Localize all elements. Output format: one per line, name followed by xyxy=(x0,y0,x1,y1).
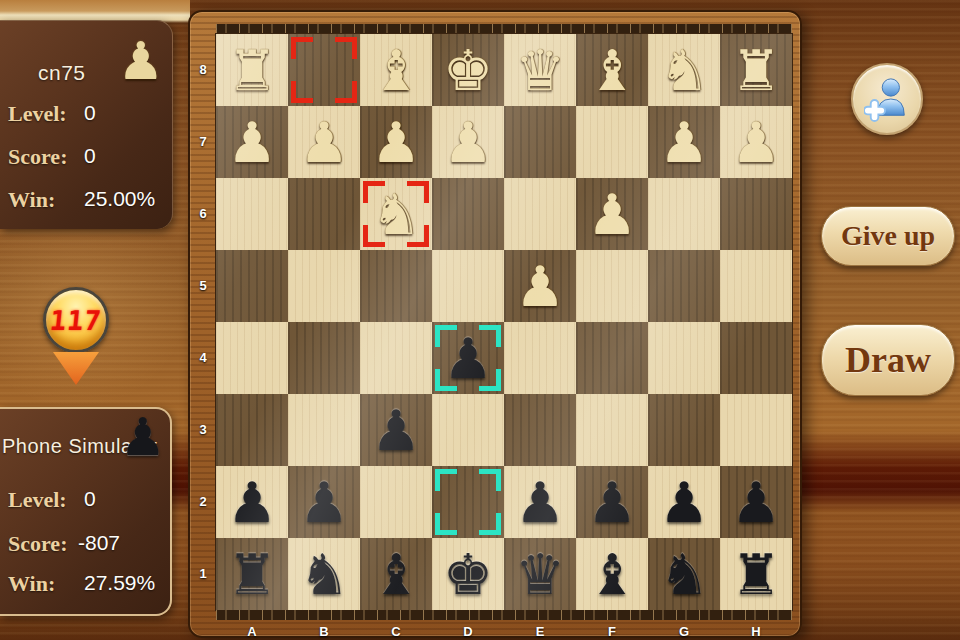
square-b4[interactable] xyxy=(288,322,360,394)
app-root: cn75 ♟ Level: 0 Score: 0 Win: 25.00% 117… xyxy=(0,0,960,640)
square-e2[interactable]: ♟ xyxy=(504,466,576,538)
mark-corner xyxy=(479,513,501,535)
square-b6[interactable] xyxy=(288,178,360,250)
player-level-row: Level: 0 xyxy=(0,487,170,513)
white-pawn-piece: ♟ xyxy=(227,115,277,171)
black-queen-piece: ♛ xyxy=(515,547,565,603)
square-d8[interactable]: ♚ xyxy=(432,34,504,106)
square-c4[interactable] xyxy=(360,322,432,394)
square-a3[interactable] xyxy=(216,394,288,466)
score-value: -807 xyxy=(78,531,120,555)
square-e7[interactable] xyxy=(504,106,576,178)
white-pawn-piece: ♟ xyxy=(371,115,421,171)
add-player-button[interactable] xyxy=(851,63,923,135)
square-h2[interactable]: ♟ xyxy=(720,466,792,538)
square-f5[interactable] xyxy=(576,250,648,322)
file-label-a: A xyxy=(216,624,288,639)
square-a1[interactable]: ♜ xyxy=(216,538,288,610)
black-king-piece: ♚ xyxy=(443,547,493,603)
square-h1[interactable]: ♜ xyxy=(720,538,792,610)
file-label-c: C xyxy=(360,624,432,639)
black-bishop-piece: ♝ xyxy=(587,547,637,603)
white-bishop-piece: ♝ xyxy=(371,43,421,99)
square-g6[interactable] xyxy=(648,178,720,250)
square-b3[interactable] xyxy=(288,394,360,466)
square-f3[interactable] xyxy=(576,394,648,466)
win-value: 25.00% xyxy=(84,187,155,211)
square-g7[interactable]: ♟ xyxy=(648,106,720,178)
square-c8[interactable]: ♝ xyxy=(360,34,432,106)
turn-arrow-down-icon xyxy=(53,352,99,385)
white-pawn-piece: ♟ xyxy=(731,115,781,171)
file-label-h: H xyxy=(720,624,792,639)
rank-label-5: 5 xyxy=(190,250,216,322)
black-knight-piece: ♞ xyxy=(659,547,709,603)
mark-corner xyxy=(479,469,501,491)
opponent-level-row: Level: 0 xyxy=(0,101,172,127)
board-frame-ruler-bottom xyxy=(216,610,792,620)
black-knight-piece: ♞ xyxy=(299,547,349,603)
white-bishop-piece: ♝ xyxy=(587,43,637,99)
white-pawn-piece: ♟ xyxy=(443,115,493,171)
square-g2[interactable]: ♟ xyxy=(648,466,720,538)
white-pawn-icon: ♟ xyxy=(117,35,164,87)
file-label-b: B xyxy=(288,624,360,639)
black-pawn-piece: ♟ xyxy=(587,475,637,531)
file-label-g: G xyxy=(648,624,720,639)
white-pawn-piece: ♟ xyxy=(587,187,637,243)
square-b5[interactable] xyxy=(288,250,360,322)
level-value: 0 xyxy=(84,101,96,125)
mark-corner xyxy=(335,37,357,59)
black-pawn-piece: ♟ xyxy=(443,331,493,387)
player-panel: Phone Simulator ♟ Level: 0 Score: -807 W… xyxy=(0,407,172,616)
red-move-mark xyxy=(291,37,357,103)
square-d3[interactable] xyxy=(432,394,504,466)
mark-corner xyxy=(291,37,313,59)
rank-label-7: 7 xyxy=(190,106,216,178)
teal-move-mark xyxy=(435,469,501,535)
win-label: Win: xyxy=(8,571,55,597)
draw-button[interactable]: Draw xyxy=(821,324,955,396)
rank-label-8: 8 xyxy=(190,34,216,106)
square-f1[interactable]: ♝ xyxy=(576,538,648,610)
file-label-d: D xyxy=(432,624,504,639)
black-pawn-piece: ♟ xyxy=(731,475,781,531)
square-c3[interactable]: ♟ xyxy=(360,394,432,466)
square-f2[interactable]: ♟ xyxy=(576,466,648,538)
square-c2[interactable] xyxy=(360,466,432,538)
white-rook-piece: ♜ xyxy=(227,43,277,99)
file-label-f: F xyxy=(576,624,648,639)
score-value: 0 xyxy=(84,144,96,168)
square-e5[interactable]: ♟ xyxy=(504,250,576,322)
square-e8[interactable]: ♛ xyxy=(504,34,576,106)
rank-label-1: 1 xyxy=(190,538,216,610)
square-e6[interactable] xyxy=(504,178,576,250)
square-c1[interactable]: ♝ xyxy=(360,538,432,610)
square-f7[interactable] xyxy=(576,106,648,178)
square-c7[interactable]: ♟ xyxy=(360,106,432,178)
square-h4[interactable] xyxy=(720,322,792,394)
square-h5[interactable] xyxy=(720,250,792,322)
square-c5[interactable] xyxy=(360,250,432,322)
white-pawn-piece: ♟ xyxy=(659,115,709,171)
square-a5[interactable] xyxy=(216,250,288,322)
win-value: 27.59% xyxy=(84,571,155,595)
square-e1[interactable]: ♛ xyxy=(504,538,576,610)
square-f6[interactable]: ♟ xyxy=(576,178,648,250)
square-b1[interactable]: ♞ xyxy=(288,538,360,610)
square-d2[interactable] xyxy=(432,466,504,538)
square-e3[interactable] xyxy=(504,394,576,466)
square-a6[interactable] xyxy=(216,178,288,250)
opponent-panel: cn75 ♟ Level: 0 Score: 0 Win: 25.00% xyxy=(0,20,173,229)
timer-digits: 117 xyxy=(48,305,103,336)
square-a8[interactable]: ♜ xyxy=(216,34,288,106)
opponent-name: cn75 xyxy=(38,61,86,85)
player-score-row: Score: -807 xyxy=(0,531,170,557)
board-frame-ruler-top xyxy=(216,24,792,34)
square-g5[interactable] xyxy=(648,250,720,322)
square-d1[interactable]: ♚ xyxy=(432,538,504,610)
level-label: Level: xyxy=(8,101,67,127)
square-h7[interactable]: ♟ xyxy=(720,106,792,178)
white-king-piece: ♚ xyxy=(443,43,493,99)
white-knight-piece: ♞ xyxy=(659,43,709,99)
white-knight-piece: ♞ xyxy=(371,187,421,243)
rank-label-4: 4 xyxy=(190,322,216,394)
black-rook-piece: ♜ xyxy=(731,547,781,603)
square-b2[interactable]: ♟ xyxy=(288,466,360,538)
square-c6[interactable]: ♞ xyxy=(360,178,432,250)
give-up-button[interactable]: Give up xyxy=(821,206,955,266)
square-d7[interactable]: ♟ xyxy=(432,106,504,178)
score-label: Score: xyxy=(8,144,67,170)
black-pawn-piece: ♟ xyxy=(371,403,421,459)
black-pawn-piece: ♟ xyxy=(659,475,709,531)
square-h6[interactable] xyxy=(720,178,792,250)
square-d6[interactable] xyxy=(432,178,504,250)
chess-board: ♜♝♚♛♝♞♜♟♟♟♟♟♟♞♟♟♟♟♟♟♟♟♟♟♜♞♝♚♛♝♞♜ 8765432… xyxy=(188,10,802,638)
square-a7[interactable]: ♟ xyxy=(216,106,288,178)
square-a2[interactable]: ♟ xyxy=(216,466,288,538)
black-pawn-piece: ♟ xyxy=(515,475,565,531)
square-g8[interactable]: ♞ xyxy=(648,34,720,106)
add-player-icon xyxy=(864,76,910,122)
white-queen-piece: ♛ xyxy=(515,43,565,99)
opponent-score-row: Score: 0 xyxy=(0,144,172,170)
square-b8[interactable] xyxy=(288,34,360,106)
square-g3[interactable] xyxy=(648,394,720,466)
rank-label-3: 3 xyxy=(190,394,216,466)
black-pawn-icon: ♟ xyxy=(119,411,166,463)
rank-label-6: 6 xyxy=(190,178,216,250)
black-pawn-piece: ♟ xyxy=(299,475,349,531)
win-label: Win: xyxy=(8,187,55,213)
black-pawn-piece: ♟ xyxy=(227,475,277,531)
square-f4[interactable] xyxy=(576,322,648,394)
square-f8[interactable]: ♝ xyxy=(576,34,648,106)
square-d4[interactable]: ♟ xyxy=(432,322,504,394)
rank-label-2: 2 xyxy=(190,466,216,538)
file-label-e: E xyxy=(504,624,576,639)
mark-corner xyxy=(291,81,313,103)
timer-clock: 117 xyxy=(43,287,109,353)
square-a4[interactable] xyxy=(216,322,288,394)
black-rook-piece: ♜ xyxy=(227,547,277,603)
score-label: Score: xyxy=(8,531,67,557)
level-value: 0 xyxy=(84,487,96,511)
player-win-row: Win: 27.59% xyxy=(0,571,170,597)
square-b7[interactable]: ♟ xyxy=(288,106,360,178)
white-rook-piece: ♜ xyxy=(731,43,781,99)
mark-corner xyxy=(435,513,457,535)
square-d5[interactable] xyxy=(432,250,504,322)
square-g1[interactable]: ♞ xyxy=(648,538,720,610)
level-label: Level: xyxy=(8,487,67,513)
white-pawn-piece: ♟ xyxy=(299,115,349,171)
square-h3[interactable] xyxy=(720,394,792,466)
mark-corner xyxy=(335,81,357,103)
square-e4[interactable] xyxy=(504,322,576,394)
black-bishop-piece: ♝ xyxy=(371,547,421,603)
opponent-win-row: Win: 25.00% xyxy=(0,187,172,213)
square-h8[interactable]: ♜ xyxy=(720,34,792,106)
square-g4[interactable] xyxy=(648,322,720,394)
white-pawn-piece: ♟ xyxy=(515,259,565,315)
mark-corner xyxy=(435,469,457,491)
board-squares: ♜♝♚♛♝♞♜♟♟♟♟♟♟♞♟♟♟♟♟♟♟♟♟♟♜♞♝♚♛♝♞♜ xyxy=(216,34,792,610)
move-timer: 117 xyxy=(42,287,110,385)
